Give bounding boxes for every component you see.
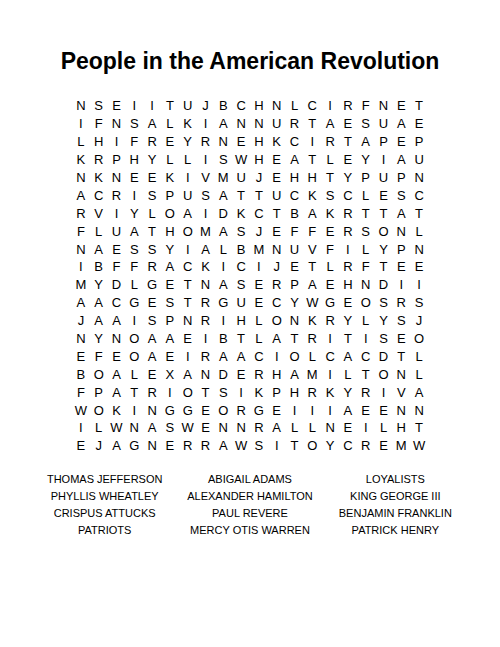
grid-cell: P bbox=[410, 133, 428, 151]
grid-cell: G bbox=[179, 401, 197, 419]
grid-cell: Y bbox=[286, 294, 304, 312]
grid-cell: R bbox=[143, 258, 161, 276]
grid-cell: I bbox=[214, 312, 232, 330]
grid-cell: H bbox=[392, 419, 410, 437]
grid-cell: L bbox=[125, 365, 143, 383]
grid-cell: V bbox=[197, 169, 215, 187]
grid-cell: A bbox=[392, 151, 410, 169]
grid-cell: N bbox=[72, 240, 90, 258]
grid-cell: Y bbox=[339, 312, 357, 330]
grid-cell: K bbox=[321, 204, 339, 222]
grid-cell: S bbox=[214, 151, 232, 169]
grid-cell: N bbox=[268, 240, 286, 258]
grid-cell: Y bbox=[161, 240, 179, 258]
grid-cell: C bbox=[250, 347, 268, 365]
grid-cell: Y bbox=[339, 169, 357, 187]
grid-cell: C bbox=[303, 97, 321, 115]
grid-cell: W bbox=[72, 401, 90, 419]
grid-cell: N bbox=[232, 115, 250, 133]
grid-cell: E bbox=[143, 169, 161, 187]
grid-cell: I bbox=[268, 437, 286, 455]
grid-cell: S bbox=[232, 276, 250, 294]
grid-cell: I bbox=[179, 240, 197, 258]
grid-cell: N bbox=[125, 419, 143, 437]
grid-cell: H bbox=[250, 133, 268, 151]
grid-cell: I bbox=[303, 133, 321, 151]
grid-cell: K bbox=[268, 133, 286, 151]
grid-cell: G bbox=[214, 294, 232, 312]
grid-cell: R bbox=[250, 419, 268, 437]
grid-cell: L bbox=[303, 347, 321, 365]
grid-cell: S bbox=[197, 186, 215, 204]
grid-cell: F bbox=[108, 258, 126, 276]
grid-cell: E bbox=[339, 294, 357, 312]
grid-cell: E bbox=[339, 115, 357, 133]
grid-cell: O bbox=[375, 365, 393, 383]
grid-cell: P bbox=[392, 240, 410, 258]
grid-cell: L bbox=[321, 258, 339, 276]
grid-cell: T bbox=[410, 204, 428, 222]
grid-cell: E bbox=[161, 347, 179, 365]
grid-cell: E bbox=[339, 151, 357, 169]
grid-cell: P bbox=[357, 169, 375, 187]
grid-cell: E bbox=[161, 133, 179, 151]
grid-cell: A bbox=[108, 437, 126, 455]
grid-cell: C bbox=[250, 204, 268, 222]
grid-cell: Y bbox=[339, 383, 357, 401]
grid-cell: F bbox=[90, 347, 108, 365]
grid-cell: N bbox=[108, 169, 126, 187]
word-list-item: THOMAS JEFFERSON bbox=[32, 471, 177, 488]
grid-cell: R bbox=[268, 276, 286, 294]
grid-cell: P bbox=[161, 312, 179, 330]
grid-cell: C bbox=[232, 97, 250, 115]
grid-cell: N bbox=[197, 365, 215, 383]
grid-cell: E bbox=[410, 115, 428, 133]
grid-cell: M bbox=[197, 222, 215, 240]
grid-cell: I bbox=[179, 347, 197, 365]
grid-cell: I bbox=[375, 383, 393, 401]
grid-cell: U bbox=[268, 115, 286, 133]
grid-cell: N bbox=[232, 419, 250, 437]
word-list-column: LOYALISTSKING GEORGE IIIBENJAMIN FRANKLI… bbox=[323, 471, 468, 539]
grid-cell: O bbox=[125, 347, 143, 365]
grid-cell: O bbox=[268, 312, 286, 330]
grid-cell: L bbox=[375, 419, 393, 437]
grid-cell: E bbox=[268, 151, 286, 169]
grid-cell: K bbox=[250, 383, 268, 401]
grid-cell: T bbox=[143, 222, 161, 240]
grid-cell: S bbox=[161, 294, 179, 312]
grid-cell: R bbox=[339, 222, 357, 240]
grid-cell: O bbox=[125, 330, 143, 348]
grid-cell: E bbox=[125, 169, 143, 187]
grid-cell: K bbox=[90, 169, 108, 187]
grid-cell: C bbox=[232, 258, 250, 276]
grid-cell: E bbox=[410, 258, 428, 276]
grid-cell: N bbox=[72, 169, 90, 187]
grid-cell: I bbox=[72, 419, 90, 437]
grid-cell: I bbox=[179, 169, 197, 187]
grid-cell: T bbox=[179, 276, 197, 294]
grid-cell: G bbox=[321, 294, 339, 312]
grid-cell: R bbox=[197, 133, 215, 151]
grid-cell: T bbox=[179, 294, 197, 312]
grid-cell: I bbox=[250, 258, 268, 276]
grid-cell: I bbox=[125, 312, 143, 330]
grid-cell: S bbox=[392, 312, 410, 330]
grid-cell: I bbox=[72, 258, 90, 276]
grid-cell: L bbox=[410, 347, 428, 365]
grid-cell: A bbox=[143, 115, 161, 133]
grid-cell: E bbox=[161, 276, 179, 294]
grid-cell: N bbox=[250, 115, 268, 133]
grid-cell: L bbox=[286, 97, 304, 115]
grid-cell: R bbox=[197, 437, 215, 455]
grid-cell: J bbox=[197, 97, 215, 115]
grid-cell: H bbox=[250, 151, 268, 169]
grid-cell: N bbox=[321, 419, 339, 437]
grid-cell: E bbox=[268, 222, 286, 240]
grid-cell: A bbox=[232, 347, 250, 365]
grid-cell: L bbox=[357, 312, 375, 330]
grid-cell: T bbox=[161, 97, 179, 115]
grid-cell: I bbox=[108, 133, 126, 151]
grid-cell: T bbox=[286, 437, 304, 455]
grid-cell: G bbox=[143, 276, 161, 294]
grid-cell: O bbox=[214, 401, 232, 419]
grid-cell: J bbox=[250, 222, 268, 240]
grid-cell: I bbox=[143, 97, 161, 115]
grid-cell: D bbox=[375, 276, 393, 294]
grid-cell: N bbox=[286, 312, 304, 330]
grid-cell: A bbox=[108, 383, 126, 401]
grid-cell: A bbox=[392, 115, 410, 133]
grid-cell: A bbox=[357, 133, 375, 151]
grid-cell: T bbox=[339, 133, 357, 151]
grid-cell: W bbox=[179, 419, 197, 437]
grid-cell: H bbox=[286, 383, 304, 401]
grid-cell: R bbox=[197, 312, 215, 330]
grid-cell: H bbox=[90, 133, 108, 151]
grid-cell: K bbox=[232, 204, 250, 222]
grid-cell: P bbox=[108, 151, 126, 169]
grid-cell: R bbox=[392, 294, 410, 312]
word-list-column: THOMAS JEFFERSONPHYLLIS WHEATLEYCRISPUS … bbox=[32, 471, 177, 539]
grid-cell: S bbox=[392, 186, 410, 204]
grid-cell: J bbox=[268, 258, 286, 276]
grid-cell: R bbox=[179, 437, 197, 455]
grid-cell: K bbox=[108, 401, 126, 419]
grid-cell: A bbox=[286, 151, 304, 169]
word-list-item: PHYLLIS WHEATLEY bbox=[32, 488, 177, 505]
grid-cell: E bbox=[250, 276, 268, 294]
grid-cell: I bbox=[72, 115, 90, 133]
grid-cell: A bbox=[214, 222, 232, 240]
grid-cell: R bbox=[72, 204, 90, 222]
grid-cell: E bbox=[392, 97, 410, 115]
grid-cell: N bbox=[357, 276, 375, 294]
grid-cell: L bbox=[321, 151, 339, 169]
grid-cell: Y bbox=[143, 151, 161, 169]
grid-cell: C bbox=[268, 294, 286, 312]
grid-cell: N bbox=[143, 401, 161, 419]
grid-cell: U bbox=[108, 222, 126, 240]
grid-cell: U bbox=[232, 169, 250, 187]
grid-cell: E bbox=[268, 169, 286, 187]
grid-cell: R bbox=[90, 151, 108, 169]
grid-cell: N bbox=[392, 401, 410, 419]
grid-cell: L bbox=[339, 365, 357, 383]
grid-cell: I bbox=[339, 240, 357, 258]
grid-cell: B bbox=[286, 204, 304, 222]
grid-cell: H bbox=[303, 169, 321, 187]
grid-cell: E bbox=[375, 401, 393, 419]
word-list-item: KING GEORGE III bbox=[323, 488, 468, 505]
grid-cell: Y bbox=[125, 204, 143, 222]
grid-cell: T bbox=[268, 204, 286, 222]
grid-cell: E bbox=[321, 222, 339, 240]
grid-cell: E bbox=[161, 437, 179, 455]
grid-cell: E bbox=[72, 437, 90, 455]
grid-cell: L bbox=[357, 240, 375, 258]
grid-cell: C bbox=[321, 347, 339, 365]
grid-cell: I bbox=[161, 383, 179, 401]
grid-cell: B bbox=[72, 365, 90, 383]
grid-cell: A bbox=[143, 419, 161, 437]
grid-cell: O bbox=[179, 222, 197, 240]
grid-cell: M bbox=[214, 169, 232, 187]
grid-cell: R bbox=[339, 204, 357, 222]
grid-cell: I bbox=[321, 401, 339, 419]
grid-cell: S bbox=[143, 312, 161, 330]
grid-cell: E bbox=[108, 347, 126, 365]
grid-cell: S bbox=[232, 222, 250, 240]
grid-cell: R bbox=[303, 330, 321, 348]
grid-cell: U bbox=[179, 186, 197, 204]
grid-cell: L bbox=[410, 365, 428, 383]
grid-cell: H bbox=[161, 222, 179, 240]
grid-cell: S bbox=[214, 383, 232, 401]
grid-cell: F bbox=[125, 133, 143, 151]
grid-cell: J bbox=[250, 169, 268, 187]
grid-cell: W bbox=[108, 419, 126, 437]
grid-cell: L bbox=[161, 115, 179, 133]
word-list-item: BENJAMIN FRANKLIN bbox=[323, 505, 468, 522]
grid-cell: Y bbox=[90, 330, 108, 348]
grid-cell: G bbox=[125, 294, 143, 312]
grid-cell: J bbox=[410, 312, 428, 330]
grid-cell: H bbox=[286, 169, 304, 187]
grid-cell: R bbox=[197, 294, 215, 312]
grid-cell: H bbox=[125, 151, 143, 169]
grid-cell: T bbox=[303, 115, 321, 133]
grid-cell: R bbox=[197, 347, 215, 365]
grid-cell: D bbox=[214, 365, 232, 383]
grid-cell: A bbox=[108, 312, 126, 330]
grid-cell: I bbox=[375, 151, 393, 169]
grid-cell: A bbox=[214, 186, 232, 204]
grid-cell: K bbox=[72, 151, 90, 169]
grid-cell: A bbox=[268, 330, 286, 348]
grid-cell: I bbox=[197, 204, 215, 222]
grid-cell: S bbox=[143, 186, 161, 204]
grid-cell: A bbox=[214, 437, 232, 455]
grid-cell: R bbox=[339, 97, 357, 115]
grid-cell: Y bbox=[357, 151, 375, 169]
grid-cell: R bbox=[250, 365, 268, 383]
grid-cell: Y bbox=[90, 276, 108, 294]
grid-cell: X bbox=[161, 365, 179, 383]
grid-cell: A bbox=[72, 186, 90, 204]
grid-cell: T bbox=[321, 169, 339, 187]
grid-cell: S bbox=[375, 330, 393, 348]
grid-cell: U bbox=[179, 97, 197, 115]
word-list-item: MERCY OTIS WARREN bbox=[177, 522, 322, 539]
grid-cell: A bbox=[179, 204, 197, 222]
grid-cell: H bbox=[232, 312, 250, 330]
grid-cell: S bbox=[125, 240, 143, 258]
grid-cell: T bbox=[303, 151, 321, 169]
grid-cell: N bbox=[410, 169, 428, 187]
grid-cell: I bbox=[197, 330, 215, 348]
grid-cell: A bbox=[214, 115, 232, 133]
grid-cell: I bbox=[214, 258, 232, 276]
grid-cell: R bbox=[357, 437, 375, 455]
grid-cell: O bbox=[410, 330, 428, 348]
grid-cell: J bbox=[90, 437, 108, 455]
grid-cell: L bbox=[410, 222, 428, 240]
grid-cell: E bbox=[232, 133, 250, 151]
grid-cell: O bbox=[161, 204, 179, 222]
grid-cell: L bbox=[125, 276, 143, 294]
grid-cell: E bbox=[108, 97, 126, 115]
grid-cell: T bbox=[410, 419, 428, 437]
grid-cell: A bbox=[90, 312, 108, 330]
grid-cell: P bbox=[392, 169, 410, 187]
grid-cell: T bbox=[410, 97, 428, 115]
grid-cell: S bbox=[357, 115, 375, 133]
grid-cell: F bbox=[72, 222, 90, 240]
grid-cell: U bbox=[286, 240, 304, 258]
grid-cell: E bbox=[197, 401, 215, 419]
grid-cell: K bbox=[197, 258, 215, 276]
grid-cell: K bbox=[161, 169, 179, 187]
grid-cell: I bbox=[303, 401, 321, 419]
grid-cell: I bbox=[357, 330, 375, 348]
grid-cell: E bbox=[197, 419, 215, 437]
grid-cell: U bbox=[232, 294, 250, 312]
grid-cell: L bbox=[161, 151, 179, 169]
word-list-item: CRISPUS ATTUCKS bbox=[32, 505, 177, 522]
grid-cell: S bbox=[90, 97, 108, 115]
word-list-item: PATRICK HENRY bbox=[323, 522, 468, 539]
grid-cell: F bbox=[125, 258, 143, 276]
grid-cell: N bbox=[72, 330, 90, 348]
grid-cell: M bbox=[250, 240, 268, 258]
grid-cell: N bbox=[197, 276, 215, 294]
grid-cell: A bbox=[214, 347, 232, 365]
grid-cell: A bbox=[143, 330, 161, 348]
grid-cell: A bbox=[392, 204, 410, 222]
grid-cell: M bbox=[72, 276, 90, 294]
grid-cell: N bbox=[392, 222, 410, 240]
grid-cell: K bbox=[303, 312, 321, 330]
grid-cell: F bbox=[321, 240, 339, 258]
grid-cell: O bbox=[179, 383, 197, 401]
grid-cell: O bbox=[357, 294, 375, 312]
grid-cell: N bbox=[108, 115, 126, 133]
grid-cell: H bbox=[339, 276, 357, 294]
grid-cell: A bbox=[197, 240, 215, 258]
grid-cell: L bbox=[90, 222, 108, 240]
grid-cell: B bbox=[90, 258, 108, 276]
grid-cell: E bbox=[268, 401, 286, 419]
grid-cell: T bbox=[339, 330, 357, 348]
grid-cell: J bbox=[72, 312, 90, 330]
grid-cell: T bbox=[232, 330, 250, 348]
grid-cell: P bbox=[375, 133, 393, 151]
word-list-item: PAUL REVERE bbox=[177, 505, 322, 522]
grid-cell: T bbox=[250, 186, 268, 204]
grid-cell: R bbox=[339, 258, 357, 276]
grid-cell: S bbox=[125, 115, 143, 133]
grid-cell: P bbox=[161, 186, 179, 204]
grid-cell: O bbox=[90, 401, 108, 419]
grid-cell: L bbox=[72, 133, 90, 151]
grid-cell: C bbox=[90, 186, 108, 204]
grid-cell: N bbox=[179, 312, 197, 330]
grid-cell: Y bbox=[375, 312, 393, 330]
grid-cell: K bbox=[303, 186, 321, 204]
grid-cell: E bbox=[375, 186, 393, 204]
grid-cell: N bbox=[410, 240, 428, 258]
grid-cell: E bbox=[143, 294, 161, 312]
grid-cell: E bbox=[375, 437, 393, 455]
grid-cell: O bbox=[303, 437, 321, 455]
grid-cell: I bbox=[268, 347, 286, 365]
grid-cell: T bbox=[125, 383, 143, 401]
grid-cell: I bbox=[321, 97, 339, 115]
grid-cell: Y bbox=[321, 437, 339, 455]
grid-cell: A bbox=[143, 347, 161, 365]
grid-cell: E bbox=[392, 258, 410, 276]
grid-cell: A bbox=[108, 365, 126, 383]
grid-cell: I bbox=[197, 151, 215, 169]
grid-cell: S bbox=[321, 186, 339, 204]
grid-cell: O bbox=[90, 365, 108, 383]
grid-cell: A bbox=[72, 294, 90, 312]
grid-cell: S bbox=[410, 294, 428, 312]
grid-cell: S bbox=[250, 437, 268, 455]
grid-cell: Y bbox=[179, 133, 197, 151]
grid-cell: A bbox=[268, 419, 286, 437]
grid-cell: I bbox=[286, 401, 304, 419]
puzzle-title: People in the American Revolution bbox=[0, 0, 500, 75]
grid-cell: U bbox=[410, 151, 428, 169]
grid-cell: T bbox=[357, 365, 375, 383]
grid-cell: C bbox=[339, 186, 357, 204]
grid-cell: R bbox=[143, 383, 161, 401]
grid-cell: M bbox=[392, 437, 410, 455]
grid-cell: W bbox=[232, 437, 250, 455]
word-list-item: ALEXANDER HAMILTON bbox=[177, 488, 322, 505]
grid-cell: A bbox=[286, 365, 304, 383]
grid-cell: A bbox=[321, 115, 339, 133]
grid-cell: I bbox=[125, 401, 143, 419]
grid-cell: B bbox=[214, 97, 232, 115]
grid-cell: D bbox=[108, 276, 126, 294]
